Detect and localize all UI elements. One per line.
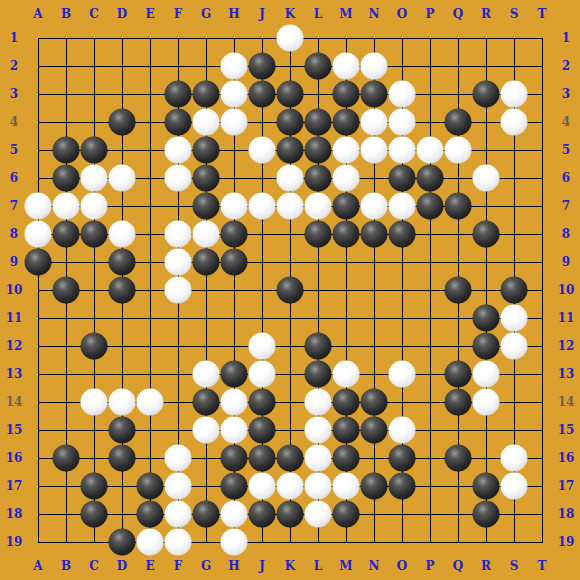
coord-row-left-4: 4: [10, 115, 18, 129]
white-stone-F8[interactable]: [165, 221, 192, 248]
coord-col-bottom-A: A: [33, 559, 42, 573]
coord-row-left-2: 2: [10, 59, 18, 73]
white-stone-K7[interactable]: [277, 193, 304, 220]
white-stone-N5[interactable]: [361, 137, 388, 164]
white-stone-O13[interactable]: [389, 361, 416, 388]
black-stone-N14[interactable]: [361, 389, 388, 416]
coord-row-left-6: 6: [10, 171, 18, 185]
black-stone-R11[interactable]: [473, 305, 500, 332]
white-stone-H14[interactable]: [221, 389, 248, 416]
black-stone-B5[interactable]: [53, 137, 80, 164]
white-stone-C14[interactable]: [81, 389, 108, 416]
black-stone-G14[interactable]: [193, 389, 220, 416]
grid-line-horizontal: [38, 318, 543, 319]
coord-col-top-J: J: [259, 7, 265, 21]
black-stone-O6[interactable]: [389, 165, 416, 192]
coord-col-top-L: L: [314, 7, 322, 21]
black-stone-L12[interactable]: [305, 333, 332, 360]
white-stone-B7[interactable]: [53, 193, 80, 220]
coord-col-top-R: R: [481, 7, 491, 21]
coord-col-bottom-C: C: [89, 559, 99, 573]
white-stone-P5[interactable]: [417, 137, 444, 164]
white-stone-D8[interactable]: [109, 221, 136, 248]
coord-col-top-N: N: [369, 7, 380, 21]
coord-row-right-16: 16: [558, 451, 575, 465]
black-stone-A9[interactable]: [25, 249, 52, 276]
coord-col-bottom-R: R: [481, 559, 491, 573]
black-stone-D16[interactable]: [109, 445, 136, 472]
black-stone-R18[interactable]: [473, 501, 500, 528]
white-stone-A7[interactable]: [25, 193, 52, 220]
black-stone-C18[interactable]: [81, 501, 108, 528]
black-stone-O17[interactable]: [389, 473, 416, 500]
coord-row-right-7: 7: [562, 199, 570, 213]
black-stone-Q16[interactable]: [445, 445, 472, 472]
white-stone-K1[interactable]: [277, 25, 304, 52]
coord-row-right-18: 18: [558, 507, 575, 521]
white-stone-M5[interactable]: [333, 137, 360, 164]
coord-row-left-8: 8: [10, 227, 18, 241]
black-stone-C5[interactable]: [81, 137, 108, 164]
black-stone-M4[interactable]: [333, 109, 360, 136]
white-stone-M13[interactable]: [333, 361, 360, 388]
white-stone-G13[interactable]: [193, 361, 220, 388]
coord-row-left-12: 12: [6, 339, 23, 353]
white-stone-O7[interactable]: [389, 193, 416, 220]
coord-row-left-1: 1: [10, 31, 18, 45]
black-stone-B10[interactable]: [53, 277, 80, 304]
black-stone-Q7[interactable]: [445, 193, 472, 220]
black-stone-H13[interactable]: [221, 361, 248, 388]
white-stone-M6[interactable]: [333, 165, 360, 192]
white-stone-J12[interactable]: [249, 333, 276, 360]
black-stone-R17[interactable]: [473, 473, 500, 500]
black-stone-E17[interactable]: [137, 473, 164, 500]
coord-col-bottom-M: M: [339, 559, 352, 573]
black-stone-M14[interactable]: [333, 389, 360, 416]
grid-line-vertical: [542, 38, 543, 543]
black-stone-M18[interactable]: [333, 501, 360, 528]
coord-row-left-14: 14: [6, 395, 23, 409]
black-stone-L2[interactable]: [305, 53, 332, 80]
white-stone-N2[interactable]: [361, 53, 388, 80]
black-stone-S10[interactable]: [501, 277, 528, 304]
black-stone-B8[interactable]: [53, 221, 80, 248]
coord-row-left-17: 17: [6, 479, 23, 493]
white-stone-L18[interactable]: [305, 501, 332, 528]
black-stone-H9[interactable]: [221, 249, 248, 276]
white-stone-H4[interactable]: [221, 109, 248, 136]
white-stone-K6[interactable]: [277, 165, 304, 192]
coord-row-right-12: 12: [558, 339, 575, 353]
black-stone-L5[interactable]: [305, 137, 332, 164]
black-stone-N15[interactable]: [361, 417, 388, 444]
grid-line-vertical: [430, 38, 431, 543]
black-stone-K16[interactable]: [277, 445, 304, 472]
white-stone-F9[interactable]: [165, 249, 192, 276]
black-stone-K5[interactable]: [277, 137, 304, 164]
black-stone-C17[interactable]: [81, 473, 108, 500]
white-stone-J5[interactable]: [249, 137, 276, 164]
black-stone-K18[interactable]: [277, 501, 304, 528]
coord-col-bottom-H: H: [228, 559, 239, 573]
coord-row-right-14: 14: [558, 395, 575, 409]
white-stone-R14[interactable]: [473, 389, 500, 416]
coord-col-top-O: O: [397, 7, 407, 21]
white-stone-H19[interactable]: [221, 529, 248, 556]
coord-col-top-A: A: [33, 7, 42, 21]
black-stone-P6[interactable]: [417, 165, 444, 192]
coord-row-right-5: 5: [562, 143, 570, 157]
white-stone-S4[interactable]: [501, 109, 528, 136]
black-stone-N8[interactable]: [361, 221, 388, 248]
black-stone-D19[interactable]: [109, 529, 136, 556]
black-stone-B16[interactable]: [53, 445, 80, 472]
coord-col-bottom-P: P: [425, 559, 434, 573]
coord-col-bottom-F: F: [174, 559, 183, 573]
white-stone-R6[interactable]: [473, 165, 500, 192]
black-stone-K3[interactable]: [277, 81, 304, 108]
white-stone-H3[interactable]: [221, 81, 248, 108]
white-stone-F19[interactable]: [165, 529, 192, 556]
white-stone-R13[interactable]: [473, 361, 500, 388]
go-board[interactable]: AABBCCDDEEFFGGHHJJKKLLMMNNOOPPQQRRSSTT11…: [0, 0, 580, 580]
black-stone-C12[interactable]: [81, 333, 108, 360]
coord-col-top-T: T: [538, 7, 547, 21]
coord-row-left-3: 3: [10, 87, 18, 101]
white-stone-F10[interactable]: [165, 277, 192, 304]
white-stone-S16[interactable]: [501, 445, 528, 472]
black-stone-L6[interactable]: [305, 165, 332, 192]
white-stone-F16[interactable]: [165, 445, 192, 472]
black-stone-M16[interactable]: [333, 445, 360, 472]
white-stone-L16[interactable]: [305, 445, 332, 472]
coord-row-right-4: 4: [562, 115, 570, 129]
black-stone-D10[interactable]: [109, 277, 136, 304]
black-stone-Q10[interactable]: [445, 277, 472, 304]
black-stone-Q13[interactable]: [445, 361, 472, 388]
white-stone-M17[interactable]: [333, 473, 360, 500]
black-stone-O8[interactable]: [389, 221, 416, 248]
coord-row-left-19: 19: [6, 535, 23, 549]
black-stone-M7[interactable]: [333, 193, 360, 220]
black-stone-G5[interactable]: [193, 137, 220, 164]
coord-row-left-9: 9: [10, 255, 18, 269]
black-stone-J15[interactable]: [249, 417, 276, 444]
white-stone-S17[interactable]: [501, 473, 528, 500]
black-stone-L4[interactable]: [305, 109, 332, 136]
black-stone-F4[interactable]: [165, 109, 192, 136]
white-stone-O4[interactable]: [389, 109, 416, 136]
white-stone-N7[interactable]: [361, 193, 388, 220]
white-stone-K17[interactable]: [277, 473, 304, 500]
black-stone-G9[interactable]: [193, 249, 220, 276]
black-stone-Q4[interactable]: [445, 109, 472, 136]
coord-col-top-K: K: [285, 7, 295, 21]
black-stone-H16[interactable]: [221, 445, 248, 472]
white-stone-J13[interactable]: [249, 361, 276, 388]
white-stone-Q5[interactable]: [445, 137, 472, 164]
white-stone-L7[interactable]: [305, 193, 332, 220]
black-stone-J18[interactable]: [249, 501, 276, 528]
coord-row-left-16: 16: [6, 451, 23, 465]
white-stone-D6[interactable]: [109, 165, 136, 192]
white-stone-A8[interactable]: [25, 221, 52, 248]
black-stone-F3[interactable]: [165, 81, 192, 108]
coord-row-right-15: 15: [558, 423, 575, 437]
coord-col-top-Q: Q: [453, 7, 463, 21]
coord-col-bottom-S: S: [510, 559, 519, 573]
grid-line-vertical: [486, 38, 487, 543]
black-stone-J2[interactable]: [249, 53, 276, 80]
black-stone-B6[interactable]: [53, 165, 80, 192]
black-stone-L8[interactable]: [305, 221, 332, 248]
white-stone-O15[interactable]: [389, 417, 416, 444]
coord-row-left-15: 15: [6, 423, 23, 437]
coord-row-left-5: 5: [10, 143, 18, 157]
white-stone-S3[interactable]: [501, 81, 528, 108]
coord-col-top-M: M: [339, 7, 352, 21]
coord-col-bottom-G: G: [201, 559, 211, 573]
white-stone-G4[interactable]: [193, 109, 220, 136]
black-stone-C8[interactable]: [81, 221, 108, 248]
coord-col-top-F: F: [174, 7, 183, 21]
coord-col-bottom-Q: Q: [453, 559, 463, 573]
black-stone-P7[interactable]: [417, 193, 444, 220]
white-stone-G15[interactable]: [193, 417, 220, 444]
white-stone-J7[interactable]: [249, 193, 276, 220]
white-stone-O3[interactable]: [389, 81, 416, 108]
coord-col-top-P: P: [425, 7, 434, 21]
coord-col-top-G: G: [201, 7, 211, 21]
white-stone-H7[interactable]: [221, 193, 248, 220]
black-stone-G7[interactable]: [193, 193, 220, 220]
white-stone-J17[interactable]: [249, 473, 276, 500]
black-stone-N17[interactable]: [361, 473, 388, 500]
black-stone-O16[interactable]: [389, 445, 416, 472]
coord-row-right-1: 1: [562, 31, 570, 45]
coord-col-bottom-D: D: [117, 559, 127, 573]
black-stone-J16[interactable]: [249, 445, 276, 472]
black-stone-R3[interactable]: [473, 81, 500, 108]
black-stone-L13[interactable]: [305, 361, 332, 388]
white-stone-C6[interactable]: [81, 165, 108, 192]
white-stone-D14[interactable]: [109, 389, 136, 416]
black-stone-R12[interactable]: [473, 333, 500, 360]
coord-col-bottom-L: L: [314, 559, 322, 573]
black-stone-Q14[interactable]: [445, 389, 472, 416]
coord-row-right-9: 9: [562, 255, 570, 269]
black-stone-D9[interactable]: [109, 249, 136, 276]
white-stone-F6[interactable]: [165, 165, 192, 192]
coord-col-top-S: S: [510, 7, 519, 21]
coord-col-bottom-E: E: [145, 559, 154, 573]
black-stone-D4[interactable]: [109, 109, 136, 136]
coord-row-left-18: 18: [6, 507, 23, 521]
black-stone-D15[interactable]: [109, 417, 136, 444]
coord-row-left-10: 10: [6, 283, 23, 297]
coord-col-top-E: E: [145, 7, 154, 21]
black-stone-M8[interactable]: [333, 221, 360, 248]
black-stone-G3[interactable]: [193, 81, 220, 108]
coord-col-bottom-T: T: [538, 559, 547, 573]
coord-col-bottom-J: J: [259, 559, 265, 573]
white-stone-S12[interactable]: [501, 333, 528, 360]
coord-col-top-D: D: [117, 7, 127, 21]
white-stone-F18[interactable]: [165, 501, 192, 528]
white-stone-F17[interactable]: [165, 473, 192, 500]
coord-row-left-7: 7: [10, 199, 18, 213]
black-stone-N3[interactable]: [361, 81, 388, 108]
white-stone-G8[interactable]: [193, 221, 220, 248]
coord-row-left-13: 13: [6, 367, 23, 381]
coord-row-right-6: 6: [562, 171, 570, 185]
black-stone-M15[interactable]: [333, 417, 360, 444]
coord-row-right-19: 19: [558, 535, 575, 549]
coord-row-right-17: 17: [558, 479, 575, 493]
white-stone-H2[interactable]: [221, 53, 248, 80]
white-stone-M2[interactable]: [333, 53, 360, 80]
coord-row-right-2: 2: [562, 59, 570, 73]
coord-row-right-8: 8: [562, 227, 570, 241]
coord-col-top-C: C: [89, 7, 99, 21]
white-stone-H15[interactable]: [221, 417, 248, 444]
black-stone-R8[interactable]: [473, 221, 500, 248]
white-stone-C7[interactable]: [81, 193, 108, 220]
black-stone-J14[interactable]: [249, 389, 276, 416]
coord-row-left-11: 11: [6, 311, 23, 325]
coord-col-bottom-B: B: [61, 559, 71, 573]
coord-row-right-10: 10: [558, 283, 575, 297]
go-board-screen: AABBCCDDEEFFGGHHJJKKLLMMNNOOPPQQRRSSTT11…: [0, 0, 580, 580]
black-stone-K4[interactable]: [277, 109, 304, 136]
coord-row-right-3: 3: [562, 87, 570, 101]
black-stone-H17[interactable]: [221, 473, 248, 500]
black-stone-J3[interactable]: [249, 81, 276, 108]
coord-col-bottom-O: O: [397, 559, 407, 573]
coord-col-top-H: H: [228, 7, 239, 21]
coord-row-right-13: 13: [558, 367, 575, 381]
black-stone-G6[interactable]: [193, 165, 220, 192]
coord-col-bottom-K: K: [285, 559, 295, 573]
white-stone-H18[interactable]: [221, 501, 248, 528]
white-stone-F5[interactable]: [165, 137, 192, 164]
white-stone-L14[interactable]: [305, 389, 332, 416]
white-stone-E14[interactable]: [137, 389, 164, 416]
black-stone-E18[interactable]: [137, 501, 164, 528]
white-stone-S11[interactable]: [501, 305, 528, 332]
white-stone-L17[interactable]: [305, 473, 332, 500]
white-stone-N4[interactable]: [361, 109, 388, 136]
white-stone-L15[interactable]: [305, 417, 332, 444]
grid-line-horizontal: [38, 346, 543, 347]
black-stone-M3[interactable]: [333, 81, 360, 108]
white-stone-E19[interactable]: [137, 529, 164, 556]
coord-row-right-11: 11: [558, 311, 575, 325]
black-stone-H8[interactable]: [221, 221, 248, 248]
coord-col-bottom-N: N: [369, 559, 380, 573]
white-stone-O5[interactable]: [389, 137, 416, 164]
black-stone-G18[interactable]: [193, 501, 220, 528]
coord-col-top-B: B: [61, 7, 71, 21]
black-stone-K10[interactable]: [277, 277, 304, 304]
